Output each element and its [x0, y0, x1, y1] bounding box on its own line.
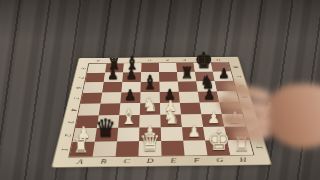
coordinate-label: 3	[66, 121, 75, 123]
white-queen-piece[interactable]: ♛	[139, 129, 161, 155]
hand-palm	[264, 84, 320, 148]
coordinate-label: 8	[79, 67, 87, 69]
black-rook-piece[interactable]: ♜	[180, 65, 194, 81]
file-labels-bottom: ABCDEFGH	[67, 155, 256, 167]
square-c3[interactable]: ♝	[118, 115, 140, 128]
black-king-piece[interactable]: ♚	[195, 49, 213, 71]
square-b7[interactable]: ♟	[104, 72, 123, 82]
coordinate-label: F	[193, 157, 200, 164]
square-f5[interactable]	[179, 92, 200, 103]
coordinate-label: A	[96, 59, 100, 62]
white-rook-piece[interactable]: ♜	[72, 136, 89, 156]
square-a8[interactable]	[87, 64, 106, 73]
square-c2[interactable]	[117, 128, 140, 142]
square-a1[interactable]: ♜	[69, 142, 94, 157]
black-pawn-piece[interactable]: ♟	[203, 87, 215, 102]
square-e2[interactable]	[161, 127, 183, 141]
coordinate-label: 2	[62, 134, 71, 137]
square-e7[interactable]	[159, 72, 178, 82]
coordinate-label: C	[131, 59, 135, 62]
coordinate-label: G	[199, 58, 204, 61]
square-c5[interactable]: ♟	[120, 92, 140, 103]
square-e1[interactable]	[161, 141, 184, 156]
black-bishop-piece[interactable]: ♝	[142, 73, 158, 92]
coordinate-label: 1	[59, 148, 69, 151]
black-pawn-piece[interactable]: ♟	[124, 88, 136, 103]
square-a7[interactable]	[85, 73, 105, 83]
square-b6[interactable]	[102, 82, 122, 92]
coordinate-label: D	[148, 59, 152, 62]
square-g5[interactable]: ♟	[198, 91, 219, 102]
coordinate-label: E	[170, 157, 176, 164]
coordinate-label: 5	[71, 97, 79, 99]
white-bishop-piece[interactable]: ♝	[120, 106, 138, 127]
black-pawn-piece[interactable]: ♟	[126, 68, 138, 82]
black-queen-piece[interactable]: ♛	[95, 116, 116, 141]
square-e8[interactable]	[159, 63, 177, 72]
square-f6[interactable]	[178, 81, 198, 91]
coordinate-label: 4	[69, 109, 78, 111]
coordinate-label: H	[239, 156, 248, 163]
square-b1[interactable]	[93, 141, 117, 156]
square-f4[interactable]	[180, 103, 202, 115]
square-f2[interactable]: ♟	[182, 127, 205, 141]
black-pawn-piece[interactable]: ♟	[107, 68, 119, 82]
coordinate-label: 8	[231, 66, 239, 68]
photo-chess-scene: { "game": "chess", "position": { "fen_bo…	[0, 0, 320, 180]
square-e3[interactable]: ♞	[160, 115, 182, 128]
square-d1[interactable]: ♛	[139, 141, 162, 156]
white-knight-piece[interactable]: ♞	[142, 95, 158, 114]
square-a5[interactable]	[81, 93, 103, 104]
coordinate-label: F	[183, 59, 187, 62]
coordinate-label: C	[123, 157, 130, 164]
coordinate-label: B	[114, 59, 118, 62]
white-knight-piece[interactable]: ♞	[163, 107, 180, 127]
square-d6[interactable]: ♝	[141, 82, 160, 92]
square-f1[interactable]	[183, 141, 207, 156]
coordinate-label: 6	[74, 87, 82, 89]
square-b2[interactable]: ♛	[95, 128, 118, 142]
coordinate-label: D	[147, 157, 154, 164]
square-c7[interactable]: ♟	[122, 72, 141, 82]
coordinate-label: G	[216, 156, 224, 163]
square-b5[interactable]	[101, 92, 122, 103]
hand-finger	[222, 113, 271, 128]
square-a6[interactable]	[83, 82, 104, 92]
coordinate-label: H	[217, 58, 222, 61]
square-f7[interactable]: ♜	[177, 72, 196, 82]
player-hand	[218, 76, 320, 156]
coordinate-label: E	[166, 59, 170, 62]
coordinate-label: B	[100, 158, 107, 165]
square-c1[interactable]	[116, 141, 139, 156]
square-d4[interactable]: ♞	[140, 103, 161, 115]
coordinate-label: A	[77, 158, 84, 165]
coordinate-label: 7	[76, 77, 84, 79]
hand-finger	[232, 128, 271, 142]
white-pawn-piece[interactable]: ♟	[187, 124, 201, 140]
